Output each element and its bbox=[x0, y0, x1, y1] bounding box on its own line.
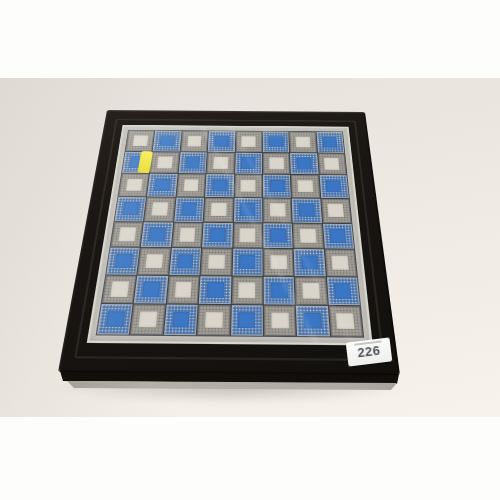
square-h7 bbox=[318, 153, 347, 175]
square-e5 bbox=[233, 198, 262, 222]
lot-number: 226 bbox=[357, 344, 382, 361]
square-c3 bbox=[169, 248, 201, 275]
square-e7 bbox=[235, 152, 262, 174]
square-e2 bbox=[231, 276, 262, 304]
square-b1 bbox=[130, 305, 165, 335]
square-h5 bbox=[321, 199, 351, 223]
board-frame bbox=[58, 110, 400, 375]
square-b4 bbox=[141, 222, 173, 247]
square-a5 bbox=[115, 197, 147, 221]
square-d5 bbox=[204, 198, 233, 222]
square-g4 bbox=[293, 223, 324, 248]
square-d1 bbox=[197, 305, 230, 335]
square-c4 bbox=[172, 222, 203, 247]
square-a2 bbox=[102, 275, 137, 303]
square-d7 bbox=[207, 152, 235, 174]
square-h1 bbox=[329, 306, 363, 336]
square-h4 bbox=[323, 223, 354, 248]
square-g7 bbox=[290, 153, 318, 175]
square-b7 bbox=[150, 152, 179, 174]
square-b8 bbox=[153, 131, 181, 152]
square-d3 bbox=[201, 248, 232, 275]
square-h8 bbox=[316, 132, 344, 153]
square-a1 bbox=[97, 304, 133, 334]
square-b5 bbox=[144, 197, 175, 221]
square-f3 bbox=[263, 249, 294, 276]
square-f4 bbox=[263, 223, 293, 248]
square-f8 bbox=[263, 132, 290, 153]
square-d2 bbox=[199, 276, 231, 304]
square-e1 bbox=[230, 305, 262, 335]
square-d8 bbox=[208, 131, 235, 152]
square-g8 bbox=[289, 132, 316, 153]
square-c1 bbox=[164, 305, 198, 335]
square-b2 bbox=[134, 275, 168, 303]
square-c6 bbox=[176, 174, 205, 197]
square-g2 bbox=[295, 277, 327, 306]
square-e8 bbox=[235, 131, 262, 152]
square-h6 bbox=[319, 175, 349, 198]
square-e6 bbox=[234, 175, 262, 198]
square-h2 bbox=[326, 277, 359, 306]
square-f2 bbox=[263, 277, 295, 306]
square-f1 bbox=[264, 306, 296, 336]
square-g6 bbox=[291, 175, 320, 198]
square-d6 bbox=[205, 174, 234, 197]
square-c5 bbox=[174, 197, 204, 221]
square-g5 bbox=[292, 198, 322, 222]
square-a8 bbox=[126, 130, 155, 151]
chess-board-case bbox=[58, 110, 400, 375]
square-f6 bbox=[263, 175, 291, 198]
square-a4 bbox=[111, 222, 144, 247]
square-e4 bbox=[233, 223, 263, 248]
square-a6 bbox=[118, 174, 149, 197]
square-h3 bbox=[325, 249, 357, 276]
square-g1 bbox=[296, 306, 329, 336]
square-b3 bbox=[138, 248, 171, 275]
square-e3 bbox=[232, 249, 262, 276]
auction-photo: 226 bbox=[0, 0, 500, 500]
square-a3 bbox=[106, 248, 140, 275]
square-f5 bbox=[263, 198, 292, 222]
chess-board bbox=[96, 130, 365, 338]
square-b6 bbox=[147, 174, 177, 197]
square-g3 bbox=[294, 249, 325, 276]
square-c8 bbox=[180, 131, 208, 152]
square-c2 bbox=[167, 276, 200, 304]
cast-shadow bbox=[52, 380, 408, 404]
square-f7 bbox=[263, 153, 290, 175]
square-c7 bbox=[178, 152, 207, 174]
board-mat bbox=[87, 125, 373, 346]
square-d4 bbox=[202, 222, 232, 247]
